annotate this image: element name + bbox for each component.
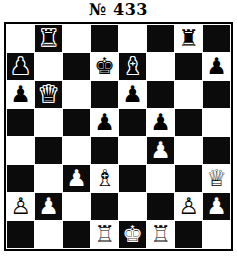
- square-h4[interactable]: [203, 137, 230, 164]
- square-e3[interactable]: [119, 165, 146, 192]
- white-pawn-icon: ♟: [66, 165, 87, 192]
- square-b3[interactable]: [35, 165, 62, 192]
- square-a8[interactable]: [7, 25, 34, 52]
- square-d5[interactable]: ♟: [91, 109, 118, 136]
- square-a6[interactable]: ♟: [7, 81, 34, 108]
- square-f4[interactable]: ♟: [147, 137, 174, 164]
- square-e4[interactable]: [119, 137, 146, 164]
- square-c3[interactable]: ♟: [63, 165, 90, 192]
- square-g4[interactable]: [175, 137, 202, 164]
- square-b6[interactable]: ♛: [35, 81, 62, 108]
- square-c4[interactable]: [63, 137, 90, 164]
- square-g3[interactable]: [175, 165, 202, 192]
- black-pawn-icon: ♟: [150, 109, 171, 136]
- square-e2[interactable]: [119, 193, 146, 220]
- square-d7[interactable]: ♚: [91, 53, 118, 80]
- square-a3[interactable]: [7, 165, 34, 192]
- white-pawn-icon: ♙: [178, 193, 199, 220]
- black-pawn-icon: ♟: [122, 81, 143, 108]
- square-h6[interactable]: [203, 81, 230, 108]
- square-f5[interactable]: ♟: [147, 109, 174, 136]
- square-b7[interactable]: [35, 53, 62, 80]
- square-g7[interactable]: [175, 53, 202, 80]
- square-g6[interactable]: [175, 81, 202, 108]
- square-d4[interactable]: [91, 137, 118, 164]
- square-f2[interactable]: [147, 193, 174, 220]
- square-c8[interactable]: [63, 25, 90, 52]
- square-f3[interactable]: [147, 165, 174, 192]
- white-pawn-icon: ♙: [10, 193, 31, 220]
- square-d3[interactable]: ♗: [91, 165, 118, 192]
- square-b5[interactable]: [35, 109, 62, 136]
- black-queen-icon: ♛: [38, 81, 59, 108]
- square-c1[interactable]: [63, 221, 90, 248]
- black-king-icon: ♚: [94, 53, 115, 80]
- black-rook-icon: ♜: [178, 25, 199, 52]
- square-a7[interactable]: ♟: [7, 53, 34, 80]
- square-h1[interactable]: [203, 221, 230, 248]
- square-g1[interactable]: [175, 221, 202, 248]
- square-b2[interactable]: ♟: [35, 193, 62, 220]
- square-d2[interactable]: [91, 193, 118, 220]
- black-pawn-icon: ♟: [206, 53, 227, 80]
- white-rook-icon: ♖: [150, 221, 171, 248]
- square-c6[interactable]: [63, 81, 90, 108]
- square-h8[interactable]: [203, 25, 230, 52]
- square-e6[interactable]: ♟: [119, 81, 146, 108]
- square-g5[interactable]: [175, 109, 202, 136]
- black-bishop-icon: ♝: [122, 53, 143, 80]
- square-e5[interactable]: [119, 109, 146, 136]
- square-f6[interactable]: [147, 81, 174, 108]
- white-pawn-icon: ♟: [150, 137, 171, 164]
- white-pawn-icon: ♟: [206, 193, 227, 220]
- square-c2[interactable]: [63, 193, 90, 220]
- square-f8[interactable]: [147, 25, 174, 52]
- square-b8[interactable]: ♜: [35, 25, 62, 52]
- square-g2[interactable]: ♙: [175, 193, 202, 220]
- square-e8[interactable]: [119, 25, 146, 52]
- square-h7[interactable]: ♟: [203, 53, 230, 80]
- black-pawn-icon: ♟: [10, 81, 31, 108]
- chess-board: ♜♜♟♚♝♟♟♛♟♟♟♟♟♗♕♙♟♙♟♖♚♖: [7, 25, 230, 248]
- black-rook-icon: ♜: [38, 25, 59, 52]
- square-c7[interactable]: [63, 53, 90, 80]
- puzzle-number: № 433: [0, 0, 237, 20]
- square-a2[interactable]: ♙: [7, 193, 34, 220]
- square-e7[interactable]: ♝: [119, 53, 146, 80]
- chess-board-frame: ♜♜♟♚♝♟♟♛♟♟♟♟♟♗♕♙♟♙♟♖♚♖: [4, 22, 233, 251]
- square-c5[interactable]: [63, 109, 90, 136]
- square-h2[interactable]: ♟: [203, 193, 230, 220]
- square-f1[interactable]: ♖: [147, 221, 174, 248]
- square-d1[interactable]: ♖: [91, 221, 118, 248]
- square-d8[interactable]: [91, 25, 118, 52]
- black-pawn-icon: ♟: [10, 53, 31, 80]
- square-h3[interactable]: ♕: [203, 165, 230, 192]
- square-b4[interactable]: [35, 137, 62, 164]
- square-b1[interactable]: [35, 221, 62, 248]
- white-pawn-icon: ♟: [38, 193, 59, 220]
- square-f7[interactable]: [147, 53, 174, 80]
- square-a1[interactable]: [7, 221, 34, 248]
- white-queen-icon: ♕: [206, 165, 227, 192]
- square-a5[interactable]: [7, 109, 34, 136]
- square-a4[interactable]: [7, 137, 34, 164]
- square-g8[interactable]: ♜: [175, 25, 202, 52]
- square-d6[interactable]: [91, 81, 118, 108]
- black-pawn-icon: ♟: [94, 109, 115, 136]
- white-king-icon: ♚: [122, 221, 143, 248]
- square-h5[interactable]: [203, 109, 230, 136]
- white-bishop-icon: ♗: [94, 165, 115, 192]
- square-e1[interactable]: ♚: [119, 221, 146, 248]
- white-rook-icon: ♖: [94, 221, 115, 248]
